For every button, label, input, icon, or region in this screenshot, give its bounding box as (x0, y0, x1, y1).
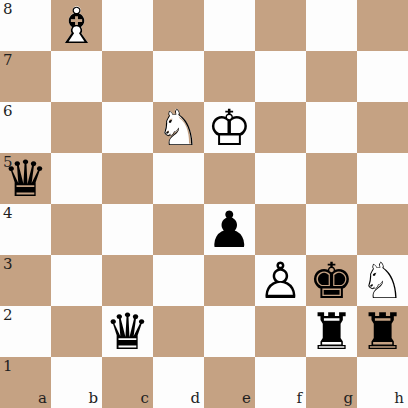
file-label-g: g (343, 391, 353, 406)
square-d7[interactable] (153, 51, 204, 102)
square-b5[interactable] (51, 153, 102, 204)
square-a2[interactable]: 2 (0, 306, 51, 357)
square-b3[interactable] (51, 255, 102, 306)
square-d4[interactable] (153, 204, 204, 255)
rank-label-3: 3 (3, 257, 13, 272)
black-rook-icon[interactable]: ♜ (357, 306, 408, 357)
piece-glyph: ♞♘ (156, 103, 201, 153)
square-e2[interactable] (204, 306, 255, 357)
square-h2[interactable]: ♜ (357, 306, 408, 357)
square-c2[interactable]: ♛ (102, 306, 153, 357)
square-h4[interactable] (357, 204, 408, 255)
file-label-c: c (141, 391, 149, 406)
square-b8[interactable]: ♝♗ (51, 0, 102, 51)
square-a6[interactable]: 6 (0, 102, 51, 153)
square-e1[interactable]: e (204, 357, 255, 408)
square-f3[interactable]: ♟♙ (255, 255, 306, 306)
rank-label-2: 2 (3, 308, 13, 323)
square-f2[interactable] (255, 306, 306, 357)
piece-glyph: ♝♗ (54, 1, 99, 51)
black-pawn-icon[interactable]: ♟ (204, 204, 255, 255)
rank-label-7: 7 (3, 53, 13, 68)
square-g1[interactable]: g (306, 357, 357, 408)
square-a5[interactable]: 5♛ (0, 153, 51, 204)
square-c5[interactable] (102, 153, 153, 204)
white-king-icon[interactable]: ♚♔ (204, 102, 255, 153)
file-label-b: b (88, 391, 98, 406)
square-f8[interactable] (255, 0, 306, 51)
square-e4[interactable]: ♟ (204, 204, 255, 255)
file-label-d: d (190, 391, 200, 406)
piece-glyph: ♞♘ (360, 256, 405, 306)
square-c3[interactable] (102, 255, 153, 306)
square-c6[interactable] (102, 102, 153, 153)
square-a4[interactable]: 4 (0, 204, 51, 255)
piece-glyph: ♜ (360, 307, 405, 357)
black-queen-icon[interactable]: ♛ (0, 153, 51, 204)
piece-glyph: ♟♙ (258, 256, 303, 306)
square-e3[interactable] (204, 255, 255, 306)
square-g6[interactable] (306, 102, 357, 153)
rank-label-4: 4 (3, 206, 13, 221)
rank-label-8: 8 (3, 2, 13, 17)
file-label-f: f (296, 391, 302, 406)
square-c8[interactable] (102, 0, 153, 51)
square-c4[interactable] (102, 204, 153, 255)
square-e8[interactable] (204, 0, 255, 51)
square-f5[interactable] (255, 153, 306, 204)
rank-label-6: 6 (3, 104, 13, 119)
square-a3[interactable]: 3 (0, 255, 51, 306)
file-label-h: h (394, 391, 404, 406)
square-d1[interactable]: d (153, 357, 204, 408)
square-e7[interactable] (204, 51, 255, 102)
square-g8[interactable] (306, 0, 357, 51)
square-b2[interactable] (51, 306, 102, 357)
black-queen-icon[interactable]: ♛ (102, 306, 153, 357)
square-c7[interactable] (102, 51, 153, 102)
white-knight-icon[interactable]: ♞♘ (357, 255, 408, 306)
square-g3[interactable]: ♚ (306, 255, 357, 306)
square-h3[interactable]: ♞♘ (357, 255, 408, 306)
square-g2[interactable]: ♜ (306, 306, 357, 357)
piece-glyph: ♜ (309, 307, 354, 357)
piece-glyph: ♛ (105, 307, 150, 357)
square-d3[interactable] (153, 255, 204, 306)
square-e5[interactable] (204, 153, 255, 204)
square-a7[interactable]: 7 (0, 51, 51, 102)
square-h5[interactable] (357, 153, 408, 204)
square-f1[interactable]: f (255, 357, 306, 408)
black-rook-icon[interactable]: ♜ (306, 306, 357, 357)
rank-label-1: 1 (3, 359, 13, 374)
square-f7[interactable] (255, 51, 306, 102)
square-g7[interactable] (306, 51, 357, 102)
square-b6[interactable] (51, 102, 102, 153)
square-d2[interactable] (153, 306, 204, 357)
black-king-icon[interactable]: ♚ (306, 255, 357, 306)
square-b7[interactable] (51, 51, 102, 102)
piece-glyph: ♚♔ (207, 103, 252, 153)
square-a8[interactable]: 8 (0, 0, 51, 51)
square-d8[interactable] (153, 0, 204, 51)
square-e6[interactable]: ♚♔ (204, 102, 255, 153)
square-c1[interactable]: c (102, 357, 153, 408)
square-h1[interactable]: h (357, 357, 408, 408)
square-g5[interactable] (306, 153, 357, 204)
square-h7[interactable] (357, 51, 408, 102)
square-h8[interactable] (357, 0, 408, 51)
square-a1[interactable]: 1a (0, 357, 51, 408)
white-knight-icon[interactable]: ♞♘ (153, 102, 204, 153)
square-g4[interactable] (306, 204, 357, 255)
chessboard: 8♝♗76♞♘♚♔5♛4♟3♟♙♚♞♘2♛♜♜1abcdefgh (0, 0, 408, 408)
piece-glyph: ♛ (3, 154, 48, 204)
square-b4[interactable] (51, 204, 102, 255)
white-pawn-icon[interactable]: ♟♙ (255, 255, 306, 306)
square-f6[interactable] (255, 102, 306, 153)
square-b1[interactable]: b (51, 357, 102, 408)
piece-glyph: ♟ (207, 205, 252, 255)
square-h6[interactable] (357, 102, 408, 153)
square-d6[interactable]: ♞♘ (153, 102, 204, 153)
file-label-e: e (242, 391, 251, 406)
white-bishop-icon[interactable]: ♝♗ (51, 0, 102, 51)
square-f4[interactable] (255, 204, 306, 255)
file-label-a: a (38, 391, 47, 406)
square-d5[interactable] (153, 153, 204, 204)
piece-glyph: ♚ (309, 256, 354, 306)
